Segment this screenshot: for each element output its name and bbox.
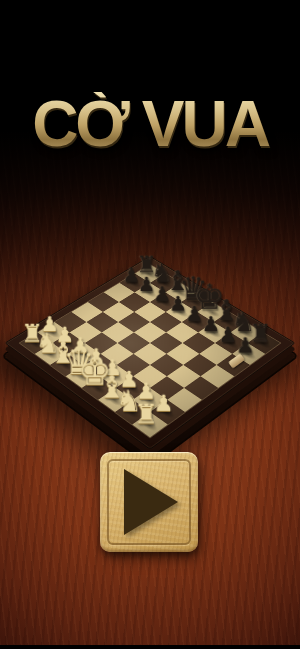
chessboard-scene: ♜♞♝♛♚♝♞♜♟♟♟♟♟♟♟♟♟♟♟♟♟♟♟♟♜♞♝♛♚♝♞♜ [0, 230, 300, 455]
piece-white-rook: ♜ [121, 399, 171, 426]
bottom-edge [0, 645, 300, 649]
piece-black-pawn: ♟ [222, 334, 269, 355]
chessboard: ♜♞♝♛♚♝♞♜♟♟♟♟♟♟♟♟♟♟♟♟♟♟♟♟♜♞♝♛♚♝♞♜ [4, 256, 295, 450]
app-screen: CỜ VUA ♜♞♝♛♚♝♞♜♟♟♟♟♟♟♟♟♟♟♟♟♟♟♟♟♜♞♝♛♚♝♞♜ [0, 0, 300, 649]
app-title: CỜ VUA [0, 92, 300, 156]
play-button[interactable] [100, 452, 198, 552]
play-icon [124, 469, 178, 535]
